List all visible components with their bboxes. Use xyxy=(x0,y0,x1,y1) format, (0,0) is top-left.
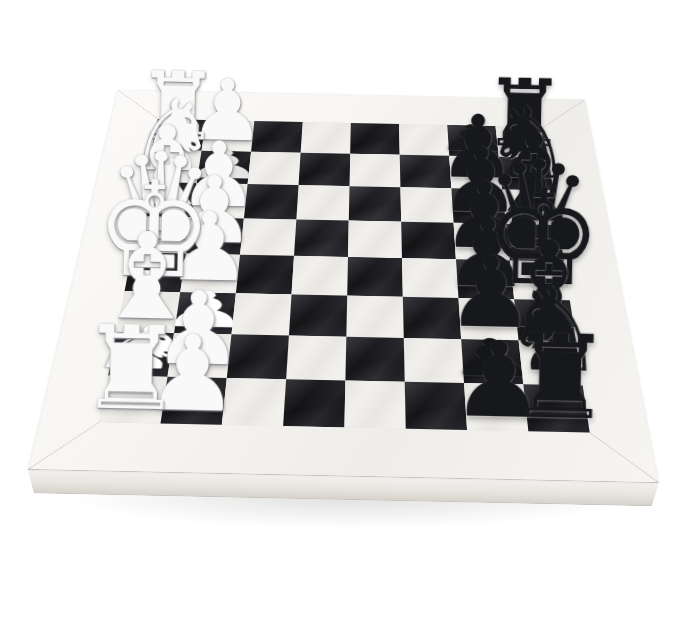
square-d5[interactable] xyxy=(348,221,402,259)
frame-miter-bottom-right xyxy=(589,433,657,483)
square-c4[interactable] xyxy=(296,185,349,220)
square-a4[interactable] xyxy=(300,122,350,154)
square-g5[interactable] xyxy=(345,337,404,382)
square-h5[interactable] xyxy=(344,381,405,429)
square-c5[interactable] xyxy=(348,186,400,221)
board-squares: ♜♟♟♜♞♟♟♞♝♟♟♝♛♟♟♛♚♟♟♚♝♟♟♝♞♟♟♞♜♟♟♜ xyxy=(99,119,590,433)
square-b5[interactable] xyxy=(349,154,400,188)
square-a5[interactable] xyxy=(350,123,400,155)
square-g4[interactable] xyxy=(286,336,346,381)
board-front-edge xyxy=(27,469,659,506)
square-h8[interactable]: ♜ xyxy=(523,384,589,432)
square-e4[interactable] xyxy=(291,256,347,296)
square-d4[interactable] xyxy=(294,219,349,257)
photo-stage: ♜♟♟♜♞♟♟♞♝♟♟♝♛♟♟♛♚♟♟♚♝♟♟♝♞♟♟♞♜♟♟♜ xyxy=(0,0,695,630)
square-e5[interactable] xyxy=(347,257,403,297)
white-rook[interactable]: ♜ xyxy=(78,314,184,423)
square-h4[interactable] xyxy=(283,379,345,427)
chessboard-scene: ♜♟♟♜♞♟♟♞♝♟♟♝♛♟♟♛♚♟♟♚♝♟♟♝♞♟♟♞♜♟♟♜ xyxy=(74,0,621,531)
chessboard: ♜♟♟♜♞♟♟♞♝♟♟♝♛♟♟♛♚♟♟♚♝♟♟♝♞♟♟♞♜♟♟♜ xyxy=(28,90,657,482)
square-h1[interactable]: ♜ xyxy=(99,376,167,424)
frame-miter-bottom-left xyxy=(28,421,98,470)
square-b4[interactable] xyxy=(298,153,350,187)
black-rook[interactable]: ♜ xyxy=(507,323,613,432)
square-f4[interactable] xyxy=(288,294,346,336)
square-f5[interactable] xyxy=(346,296,403,338)
